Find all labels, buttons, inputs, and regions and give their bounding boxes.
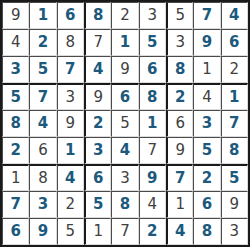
cell-r3c4[interactable]: 4 xyxy=(84,56,111,83)
given-digit: 5 xyxy=(175,8,185,23)
cell-r3c1[interactable]: 3 xyxy=(2,56,29,83)
cell-r6c2[interactable]: 6 xyxy=(29,137,56,164)
cell-r8c4[interactable]: 5 xyxy=(84,191,111,218)
entry-digit: 8 xyxy=(175,62,185,77)
cell-r6c7[interactable]: 9 xyxy=(166,137,193,164)
given-digit: 3 xyxy=(120,171,130,186)
cell-r2c2[interactable]: 2 xyxy=(29,29,56,56)
entry-digit: 5 xyxy=(38,62,48,77)
cell-r9c4[interactable]: 1 xyxy=(84,218,111,245)
entry-digit: 4 xyxy=(93,62,103,77)
entry-digit: 9 xyxy=(147,171,157,186)
cell-r7c6[interactable]: 9 xyxy=(139,164,166,191)
cell-r3c6[interactable]: 6 xyxy=(139,56,166,83)
cell-r4c1[interactable]: 5 xyxy=(2,83,29,110)
cell-r6c5[interactable]: 4 xyxy=(111,137,138,164)
cell-r8c2[interactable]: 3 xyxy=(29,191,56,218)
cell-r3c7[interactable]: 8 xyxy=(166,56,193,83)
cell-r3c9[interactable]: 2 xyxy=(221,56,248,83)
cell-r2c4[interactable]: 7 xyxy=(84,29,111,56)
entry-digit: 6 xyxy=(120,90,130,105)
given-digit: 6 xyxy=(175,116,185,131)
cell-r3c2[interactable]: 5 xyxy=(29,56,56,83)
entry-digit: 4 xyxy=(38,116,48,131)
cell-r6c8[interactable]: 5 xyxy=(193,137,220,164)
cell-r8c5[interactable]: 8 xyxy=(111,191,138,218)
cell-r3c5[interactable]: 9 xyxy=(111,56,138,83)
cell-r6c3[interactable]: 1 xyxy=(57,137,84,164)
entry-digit: 5 xyxy=(147,35,157,50)
cell-r1c1[interactable]: 9 xyxy=(2,2,29,29)
cell-r4c5[interactable]: 6 xyxy=(111,83,138,110)
entry-digit: 1 xyxy=(38,8,48,23)
cell-r1c2[interactable]: 1 xyxy=(29,2,56,29)
cell-r3c8[interactable]: 1 xyxy=(193,56,220,83)
cell-r7c3[interactable]: 4 xyxy=(57,164,84,191)
cell-r9c7[interactable]: 4 xyxy=(166,218,193,245)
cell-r4c3[interactable]: 3 xyxy=(57,83,84,110)
cell-r1c5[interactable]: 2 xyxy=(111,2,138,29)
cell-r6c9[interactable]: 8 xyxy=(221,137,248,164)
entry-digit: 8 xyxy=(10,116,20,131)
given-digit: 9 xyxy=(66,116,76,131)
entry-digit: 6 xyxy=(229,35,239,50)
given-digit: 3 xyxy=(66,90,76,105)
given-digit: 1 xyxy=(93,224,103,239)
cell-r4c2[interactable]: 7 xyxy=(29,83,56,110)
cell-r1c7[interactable]: 5 xyxy=(166,2,193,29)
given-digit: 1 xyxy=(11,171,21,186)
cell-r2c7[interactable]: 3 xyxy=(166,29,193,56)
cell-r3c3[interactable]: 7 xyxy=(57,56,84,83)
cell-r8c9[interactable]: 9 xyxy=(221,191,248,218)
given-digit: 2 xyxy=(230,62,240,77)
given-digit: 8 xyxy=(66,35,76,50)
given-digit: 9 xyxy=(120,62,130,77)
cell-r8c6[interactable]: 4 xyxy=(139,191,166,218)
entry-digit: 6 xyxy=(147,62,157,77)
cell-r8c3[interactable]: 2 xyxy=(57,191,84,218)
cell-r6c1[interactable]: 2 xyxy=(2,137,29,164)
given-digit: 9 xyxy=(175,143,185,158)
cell-r4c9[interactable]: 1 xyxy=(221,83,248,110)
cell-r7c7[interactable]: 7 xyxy=(166,164,193,191)
cell-r5c9[interactable]: 7 xyxy=(221,110,248,137)
entry-digit: 6 xyxy=(65,8,75,23)
cell-r2c3[interactable]: 8 xyxy=(57,29,84,56)
given-digit: 9 xyxy=(230,197,240,212)
entry-digit: 1 xyxy=(120,35,130,50)
cell-r7c9[interactable]: 5 xyxy=(221,164,248,191)
cell-r9c1[interactable]: 6 xyxy=(2,218,29,245)
entry-digit: 7 xyxy=(38,90,48,105)
cell-r4c6[interactable]: 8 xyxy=(139,83,166,110)
entry-digit: 6 xyxy=(10,224,20,239)
cell-r4c7[interactable]: 2 xyxy=(166,83,193,110)
entry-digit: 4 xyxy=(120,143,130,158)
cell-r5c1[interactable]: 8 xyxy=(2,110,29,137)
entry-digit: 6 xyxy=(202,197,212,212)
cell-r7c2[interactable]: 8 xyxy=(29,164,56,191)
given-digit: 3 xyxy=(175,35,185,50)
entry-digit: 8 xyxy=(120,197,130,212)
cell-r2c8[interactable]: 9 xyxy=(193,29,220,56)
cell-r1c8[interactable]: 7 xyxy=(193,2,220,29)
cell-r1c3[interactable]: 6 xyxy=(57,2,84,29)
cell-r7c8[interactable]: 2 xyxy=(193,164,220,191)
cell-r5c3[interactable]: 9 xyxy=(57,110,84,137)
entry-digit: 8 xyxy=(147,90,157,105)
given-digit: 4 xyxy=(11,35,21,50)
cell-r2c5[interactable]: 1 xyxy=(111,29,138,56)
cell-r5c8[interactable]: 3 xyxy=(193,110,220,137)
given-digit: 1 xyxy=(202,62,212,77)
cell-r2c9[interactable]: 6 xyxy=(221,29,248,56)
cell-r4c4[interactable]: 9 xyxy=(84,83,111,110)
entry-digit: 2 xyxy=(10,143,20,158)
cell-r5c4[interactable]: 2 xyxy=(84,110,111,137)
cell-r5c2[interactable]: 4 xyxy=(29,110,56,137)
cell-r9c2[interactable]: 9 xyxy=(29,218,56,245)
entry-digit: 5 xyxy=(202,143,212,158)
entry-digit: 6 xyxy=(93,171,103,186)
entry-digit: 2 xyxy=(38,35,48,50)
cell-r1c9[interactable]: 4 xyxy=(221,2,248,29)
given-digit: 5 xyxy=(120,116,130,131)
given-digit: 7 xyxy=(93,35,103,50)
cell-r1c6[interactable]: 3 xyxy=(139,2,166,29)
given-digit: 4 xyxy=(148,197,158,212)
cell-r9c3[interactable]: 5 xyxy=(57,218,84,245)
entry-digit: 1 xyxy=(65,143,75,158)
given-digit: 6 xyxy=(38,143,48,158)
entry-digit: 4 xyxy=(65,171,75,186)
entry-digit: 8 xyxy=(202,224,212,239)
entry-digit: 1 xyxy=(229,90,239,105)
entry-digit: 7 xyxy=(175,171,185,186)
entry-digit: 2 xyxy=(175,90,185,105)
cell-r5c5[interactable]: 5 xyxy=(111,110,138,137)
given-digit: 8 xyxy=(38,171,48,186)
cell-r2c6[interactable]: 5 xyxy=(139,29,166,56)
cell-r7c5[interactable]: 3 xyxy=(111,164,138,191)
entry-digit: 1 xyxy=(147,116,157,131)
entry-digit: 7 xyxy=(65,62,75,77)
entry-digit: 8 xyxy=(93,8,103,23)
entry-digit: 2 xyxy=(147,224,157,239)
given-digit: 3 xyxy=(148,8,158,23)
given-digit: 7 xyxy=(148,143,158,158)
cell-r2c1[interactable]: 4 xyxy=(2,29,29,56)
entry-digit: 4 xyxy=(175,224,185,239)
entry-digit: 7 xyxy=(202,8,212,23)
given-digit: 1 xyxy=(175,197,185,212)
entry-digit: 3 xyxy=(202,116,212,131)
cell-r6c6[interactable]: 7 xyxy=(139,137,166,164)
entry-digit: 4 xyxy=(229,8,239,23)
cell-r6c4[interactable]: 3 xyxy=(84,137,111,164)
entry-digit: 3 xyxy=(93,143,103,158)
given-digit: 7 xyxy=(120,224,130,239)
cell-r7c4[interactable]: 6 xyxy=(84,164,111,191)
cell-r5c6[interactable]: 1 xyxy=(139,110,166,137)
sudoku-board: 9168235744287153963574968125739682418492… xyxy=(0,0,250,247)
cell-r8c1[interactable]: 7 xyxy=(2,191,29,218)
cell-r5c7[interactable]: 6 xyxy=(166,110,193,137)
cell-r8c8[interactable]: 6 xyxy=(193,191,220,218)
entry-digit: 5 xyxy=(10,90,20,105)
entry-digit: 2 xyxy=(93,116,103,131)
given-digit: 9 xyxy=(93,90,103,105)
cell-r9c8[interactable]: 8 xyxy=(193,218,220,245)
cell-r9c9[interactable]: 3 xyxy=(221,218,248,245)
cell-r9c6[interactable]: 2 xyxy=(139,218,166,245)
entry-digit: 2 xyxy=(202,171,212,186)
cell-r1c4[interactable]: 8 xyxy=(84,2,111,29)
given-digit: 9 xyxy=(11,8,21,23)
entry-digit: 7 xyxy=(10,197,20,212)
cell-r9c5[interactable]: 7 xyxy=(111,218,138,245)
entry-digit: 7 xyxy=(229,116,239,131)
given-digit: 2 xyxy=(120,8,130,23)
entry-digit: 3 xyxy=(38,197,48,212)
entry-digit: 5 xyxy=(93,197,103,212)
entry-digit: 8 xyxy=(229,143,239,158)
given-digit: 3 xyxy=(230,224,240,239)
cell-r8c7[interactable]: 1 xyxy=(166,191,193,218)
given-digit: 5 xyxy=(66,224,76,239)
entry-digit: 5 xyxy=(229,171,239,186)
entry-digit: 9 xyxy=(202,35,212,50)
cell-r4c8[interactable]: 4 xyxy=(193,83,220,110)
cell-r7c1[interactable]: 1 xyxy=(2,164,29,191)
entry-digit: 9 xyxy=(38,224,48,239)
given-digit: 4 xyxy=(202,90,212,105)
given-digit: 2 xyxy=(66,197,76,212)
entry-digit: 3 xyxy=(10,62,20,77)
